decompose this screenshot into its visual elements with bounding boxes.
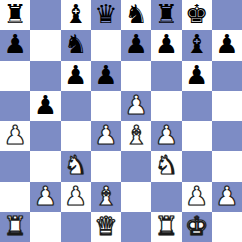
square-a5[interactable] bbox=[0, 91, 30, 121]
square-d3[interactable] bbox=[91, 151, 121, 181]
black-pawn: ♟ bbox=[185, 62, 208, 88]
black-pawn: ♟ bbox=[94, 62, 117, 88]
square-h6[interactable] bbox=[212, 61, 242, 91]
white-pawn: ♟ bbox=[64, 183, 87, 209]
square-a6[interactable] bbox=[0, 61, 30, 91]
square-d4[interactable]: ♟ bbox=[91, 121, 121, 151]
square-c4[interactable] bbox=[61, 121, 91, 151]
square-g6[interactable]: ♟ bbox=[182, 61, 212, 91]
white-king: ♚ bbox=[185, 213, 208, 239]
square-h4[interactable] bbox=[212, 121, 242, 151]
white-bishop: ♝ bbox=[94, 183, 117, 209]
square-f3[interactable]: ♞ bbox=[151, 151, 181, 181]
square-c1[interactable] bbox=[61, 212, 91, 242]
black-pawn: ♟ bbox=[3, 31, 26, 57]
square-g1[interactable]: ♚ bbox=[182, 212, 212, 242]
square-d2[interactable]: ♝ bbox=[91, 182, 121, 212]
square-e3[interactable] bbox=[121, 151, 151, 181]
white-knight: ♞ bbox=[64, 152, 87, 178]
square-c7[interactable]: ♞ bbox=[61, 30, 91, 60]
black-pawn: ♟ bbox=[215, 31, 238, 57]
white-pawn: ♟ bbox=[155, 122, 178, 148]
square-b7[interactable] bbox=[30, 30, 60, 60]
square-g8[interactable]: ♚ bbox=[182, 0, 212, 30]
square-h3[interactable] bbox=[212, 151, 242, 181]
square-e7[interactable]: ♟ bbox=[121, 30, 151, 60]
white-pawn: ♟ bbox=[215, 183, 238, 209]
square-h5[interactable] bbox=[212, 91, 242, 121]
white-rook: ♜ bbox=[3, 213, 26, 239]
square-e5[interactable]: ♟ bbox=[121, 91, 151, 121]
square-a4[interactable]: ♟ bbox=[0, 121, 30, 151]
square-c5[interactable] bbox=[61, 91, 91, 121]
square-c8[interactable]: ♝ bbox=[61, 0, 91, 30]
square-f6[interactable] bbox=[151, 61, 181, 91]
black-knight: ♞ bbox=[64, 31, 87, 57]
white-pawn: ♟ bbox=[3, 122, 26, 148]
square-d8[interactable]: ♛ bbox=[91, 0, 121, 30]
square-b6[interactable] bbox=[30, 61, 60, 91]
black-bishop: ♝ bbox=[64, 1, 87, 27]
black-bishop: ♝ bbox=[185, 31, 208, 57]
square-g2[interactable]: ♟ bbox=[182, 182, 212, 212]
black-rook: ♜ bbox=[3, 1, 26, 27]
square-a1[interactable]: ♜ bbox=[0, 212, 30, 242]
square-g3[interactable] bbox=[182, 151, 212, 181]
chess-board: ♜♝♛♞♜♚♟♞♟♟♝♟♟♟♟♟♟♟♟♝♟♞♞♟♟♝♟♟♜♛♜♚ bbox=[0, 0, 242, 242]
white-bishop: ♝ bbox=[124, 122, 147, 148]
white-pawn: ♟ bbox=[94, 122, 117, 148]
square-e1[interactable] bbox=[121, 212, 151, 242]
square-g5[interactable] bbox=[182, 91, 212, 121]
square-d1[interactable]: ♛ bbox=[91, 212, 121, 242]
black-pawn: ♟ bbox=[64, 62, 87, 88]
black-pawn: ♟ bbox=[34, 92, 57, 118]
square-g4[interactable] bbox=[182, 121, 212, 151]
white-pawn: ♟ bbox=[34, 183, 57, 209]
square-b4[interactable] bbox=[30, 121, 60, 151]
black-queen: ♛ bbox=[94, 1, 117, 27]
square-e6[interactable] bbox=[121, 61, 151, 91]
square-h8[interactable] bbox=[212, 0, 242, 30]
black-rook: ♜ bbox=[155, 1, 178, 27]
square-f7[interactable]: ♟ bbox=[151, 30, 181, 60]
square-c3[interactable]: ♞ bbox=[61, 151, 91, 181]
square-b1[interactable] bbox=[30, 212, 60, 242]
square-a8[interactable]: ♜ bbox=[0, 0, 30, 30]
black-pawn: ♟ bbox=[155, 31, 178, 57]
square-h1[interactable] bbox=[212, 212, 242, 242]
square-b5[interactable]: ♟ bbox=[30, 91, 60, 121]
square-d5[interactable] bbox=[91, 91, 121, 121]
square-a2[interactable] bbox=[0, 182, 30, 212]
white-pawn: ♟ bbox=[124, 92, 147, 118]
square-f8[interactable]: ♜ bbox=[151, 0, 181, 30]
square-e4[interactable]: ♝ bbox=[121, 121, 151, 151]
square-e2[interactable] bbox=[121, 182, 151, 212]
square-b8[interactable] bbox=[30, 0, 60, 30]
white-pawn: ♟ bbox=[185, 183, 208, 209]
square-b2[interactable]: ♟ bbox=[30, 182, 60, 212]
square-h2[interactable]: ♟ bbox=[212, 182, 242, 212]
square-f1[interactable]: ♜ bbox=[151, 212, 181, 242]
white-queen: ♛ bbox=[94, 213, 117, 239]
square-f5[interactable] bbox=[151, 91, 181, 121]
black-king: ♚ bbox=[185, 1, 208, 27]
square-h7[interactable]: ♟ bbox=[212, 30, 242, 60]
square-c6[interactable]: ♟ bbox=[61, 61, 91, 91]
square-b3[interactable] bbox=[30, 151, 60, 181]
black-pawn: ♟ bbox=[124, 31, 147, 57]
square-f2[interactable] bbox=[151, 182, 181, 212]
square-a3[interactable] bbox=[0, 151, 30, 181]
square-d7[interactable] bbox=[91, 30, 121, 60]
white-knight: ♞ bbox=[155, 152, 178, 178]
square-c2[interactable]: ♟ bbox=[61, 182, 91, 212]
square-f4[interactable]: ♟ bbox=[151, 121, 181, 151]
square-g7[interactable]: ♝ bbox=[182, 30, 212, 60]
square-a7[interactable]: ♟ bbox=[0, 30, 30, 60]
black-knight: ♞ bbox=[124, 1, 147, 27]
square-d6[interactable]: ♟ bbox=[91, 61, 121, 91]
white-rook: ♜ bbox=[155, 213, 178, 239]
square-e8[interactable]: ♞ bbox=[121, 0, 151, 30]
